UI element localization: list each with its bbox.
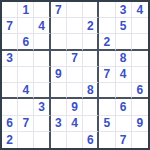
cell-r9c4[interactable] <box>51 132 67 148</box>
cell-r2c1[interactable]: 7 <box>2 18 18 34</box>
cell-r5c4[interactable]: 9 <box>51 67 67 83</box>
given-digit: 5 <box>104 117 111 129</box>
given-digit: 7 <box>22 117 29 129</box>
given-digit: 6 <box>6 117 13 129</box>
cell-r2c6[interactable]: 2 <box>83 18 99 34</box>
cell-r6c2[interactable]: 4 <box>18 83 34 99</box>
cell-r9c9[interactable] <box>132 132 148 148</box>
given-digit: 9 <box>137 117 144 129</box>
given-digit: 6 <box>120 101 127 113</box>
cell-r1c3[interactable] <box>34 2 50 18</box>
cell-r3c5[interactable] <box>67 34 83 50</box>
given-digit: 9 <box>55 68 62 80</box>
cell-r8c6[interactable] <box>83 116 99 132</box>
cell-r8c5[interactable]: 4 <box>67 116 83 132</box>
given-digit: 5 <box>120 20 127 32</box>
given-digit: 7 <box>120 134 127 146</box>
cell-r5c2[interactable] <box>18 67 34 83</box>
cell-r8c3[interactable] <box>34 116 50 132</box>
cell-r3c1[interactable] <box>2 34 18 50</box>
cell-r7c8[interactable]: 6 <box>116 99 132 115</box>
cell-r3c4[interactable] <box>51 34 67 50</box>
cell-r7c3[interactable]: 3 <box>34 99 50 115</box>
cell-r4c9[interactable] <box>132 51 148 67</box>
cell-r2c7[interactable] <box>99 18 115 34</box>
cell-r4c5[interactable]: 7 <box>67 51 83 67</box>
cell-r4c6[interactable] <box>83 51 99 67</box>
given-digit: 4 <box>137 4 144 16</box>
given-digit: 3 <box>120 4 127 16</box>
cell-r4c2[interactable] <box>18 51 34 67</box>
cell-r6c4[interactable] <box>51 83 67 99</box>
cell-r5c8[interactable]: 4 <box>116 67 132 83</box>
cell-r9c3[interactable] <box>34 132 50 148</box>
given-digit: 1 <box>22 4 29 16</box>
cell-r6c6[interactable]: 8 <box>83 83 99 99</box>
cell-r7c6[interactable] <box>83 99 99 115</box>
cell-r3c6[interactable] <box>83 34 99 50</box>
cell-r4c4[interactable] <box>51 51 67 67</box>
cell-r3c7[interactable]: 2 <box>99 34 115 50</box>
cell-r5c9[interactable] <box>132 67 148 83</box>
cell-r1c6[interactable] <box>83 2 99 18</box>
cell-r1c9[interactable]: 4 <box>132 2 148 18</box>
cell-r5c7[interactable]: 7 <box>99 67 115 83</box>
given-digit: 3 <box>55 117 62 129</box>
cell-r8c9[interactable]: 9 <box>132 116 148 132</box>
cell-r8c4[interactable]: 3 <box>51 116 67 132</box>
cell-r5c1[interactable] <box>2 67 18 83</box>
given-digit: 4 <box>120 68 127 80</box>
given-digit: 7 <box>55 4 62 16</box>
cell-r2c9[interactable] <box>132 18 148 34</box>
cell-r9c7[interactable] <box>99 132 115 148</box>
given-digit: 3 <box>38 101 45 113</box>
cell-r6c7[interactable] <box>99 83 115 99</box>
cell-r6c1[interactable] <box>2 83 18 99</box>
cell-r9c8[interactable]: 7 <box>116 132 132 148</box>
cell-r2c5[interactable] <box>67 18 83 34</box>
cell-r9c1[interactable]: 2 <box>2 132 18 148</box>
cell-r5c5[interactable] <box>67 67 83 83</box>
cell-r8c8[interactable] <box>116 116 132 132</box>
cell-r3c2[interactable]: 6 <box>18 34 34 50</box>
cell-r3c8[interactable] <box>116 34 132 50</box>
given-digit: 8 <box>87 84 94 96</box>
cell-r2c2[interactable] <box>18 18 34 34</box>
given-digit: 2 <box>87 20 94 32</box>
cell-r6c5[interactable] <box>67 83 83 99</box>
cell-r6c3[interactable] <box>34 83 50 99</box>
cell-r1c1[interactable] <box>2 2 18 18</box>
cell-r4c1[interactable]: 3 <box>2 51 18 67</box>
cell-r7c2[interactable] <box>18 99 34 115</box>
given-digit: 2 <box>104 36 111 48</box>
cell-r5c6[interactable] <box>83 67 99 83</box>
cell-r3c3[interactable] <box>34 34 50 50</box>
given-digit: 7 <box>6 20 13 32</box>
given-digit: 7 <box>71 52 78 64</box>
given-digit: 8 <box>120 52 127 64</box>
cell-r7c5[interactable]: 9 <box>67 99 83 115</box>
given-digit: 9 <box>71 101 78 113</box>
given-digit: 7 <box>104 68 111 80</box>
cell-r1c8[interactable]: 3 <box>116 2 132 18</box>
cell-r2c4[interactable] <box>51 18 67 34</box>
cell-r9c2[interactable] <box>18 132 34 148</box>
cell-r7c1[interactable] <box>2 99 18 115</box>
cell-r3c9[interactable] <box>132 34 148 50</box>
sudoku-board: 1734742562378974486396673459267 <box>0 0 150 150</box>
cell-r9c6[interactable]: 6 <box>83 132 99 148</box>
cell-r1c5[interactable] <box>67 2 83 18</box>
given-digit: 6 <box>87 134 94 146</box>
given-digit: 4 <box>71 117 78 129</box>
cell-r1c4[interactable]: 7 <box>51 2 67 18</box>
cell-r4c8[interactable]: 8 <box>116 51 132 67</box>
given-digit: 2 <box>6 134 13 146</box>
cell-r7c7[interactable] <box>99 99 115 115</box>
given-digit: 6 <box>22 36 29 48</box>
cell-r8c2[interactable]: 7 <box>18 116 34 132</box>
given-digit: 4 <box>22 84 29 96</box>
cell-r7c9[interactable] <box>132 99 148 115</box>
cell-r1c7[interactable] <box>99 2 115 18</box>
cell-r5c3[interactable] <box>34 67 50 83</box>
cell-r2c8[interactable]: 5 <box>116 18 132 34</box>
given-digit: 6 <box>137 84 144 96</box>
cell-r6c9[interactable]: 6 <box>132 83 148 99</box>
cell-r4c7[interactable] <box>99 51 115 67</box>
given-digit: 4 <box>38 20 45 32</box>
cell-r2c3[interactable]: 4 <box>34 18 50 34</box>
cell-r1c2[interactable]: 1 <box>18 2 34 18</box>
cell-r6c8[interactable] <box>116 83 132 99</box>
cell-r7c4[interactable] <box>51 99 67 115</box>
cell-r8c7[interactable]: 5 <box>99 116 115 132</box>
cell-r8c1[interactable]: 6 <box>2 116 18 132</box>
cell-r9c5[interactable] <box>67 132 83 148</box>
given-digit: 3 <box>6 52 13 64</box>
cell-r4c3[interactable] <box>34 51 50 67</box>
